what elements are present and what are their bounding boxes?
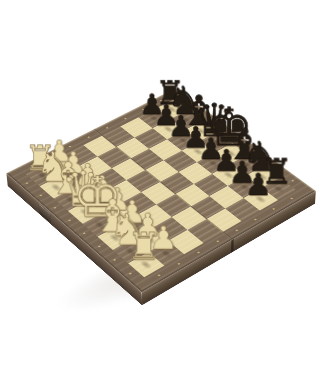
inlay-dot [235,229,239,232]
chess-set-product-photo: ♜♞♝♛♚♝♞♜♟♟♟♟♟♟♟♟♟♟♟♟♟♟♟♟♜♞♝♛♚♝♞♜ [0,0,325,375]
inlay-dot [87,136,91,138]
fold-seam-side [232,239,234,253]
inlay-dot [254,218,258,221]
scene: ♜♞♝♛♚♝♞♜♟♟♟♟♟♟♟♟♟♟♟♟♟♟♟♟♜♞♝♛♚♝♞♜ [0,0,325,375]
inlay-dot [272,208,276,210]
white-rook: ♜ [112,228,176,265]
inlay-dot [157,274,161,277]
inlay-dot [105,127,108,129]
inlay-dot [128,272,132,275]
inlay-dot [216,240,220,243]
inlay-dot [197,251,201,254]
inlay-dot [290,197,294,199]
inlay-dot [124,118,127,120]
black-pawn: ♟ [228,170,289,200]
chess-board: ♜♞♝♛♚♝♞♜♟♟♟♟♟♟♟♟♟♟♟♟♟♟♟♟♜♞♝♛♚♝♞♜ [6,88,315,292]
inlay-dot [177,262,181,265]
